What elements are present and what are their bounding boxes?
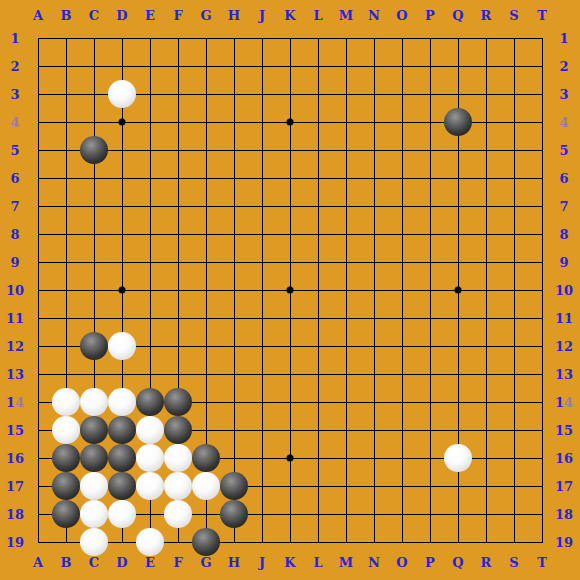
white-stone-B15[interactable] [52, 416, 80, 444]
row-label-left-9: 9 [10, 256, 19, 269]
column-label-top-L: L [313, 9, 322, 22]
column-label-bottom-R: R [481, 556, 492, 569]
row-label-right-13: 13 [555, 368, 573, 381]
white-stone-E17[interactable] [136, 472, 164, 500]
row-label-left-15: 15 [6, 424, 24, 437]
row-label-left-3: 3 [10, 88, 19, 101]
row-label-left-4: 4 [10, 116, 19, 129]
black-stone-C5[interactable] [80, 136, 108, 164]
column-label-top-N: N [368, 9, 380, 22]
column-label-bottom-N: N [368, 556, 380, 569]
column-label-top-P: P [425, 9, 435, 22]
row-label-left-14: 14 [6, 396, 24, 409]
star-point-Q10 [455, 287, 462, 294]
column-label-bottom-S: S [509, 556, 518, 569]
column-label-bottom-J: J [259, 556, 265, 569]
row-label-left-10: 10 [6, 284, 24, 297]
black-stone-C16[interactable] [80, 444, 108, 472]
go-board: AABBCCDDEEFFGGHHJJKKLLMMNNOOPPQQRRSSTT11… [0, 0, 580, 580]
row-label-right-6: 6 [559, 172, 568, 185]
row-label-right-15: 15 [555, 424, 573, 437]
black-stone-Q4[interactable] [444, 108, 472, 136]
white-stone-C14[interactable] [80, 388, 108, 416]
row-label-left-7: 7 [10, 200, 19, 213]
row-label-left-12: 12 [6, 340, 24, 353]
column-label-bottom-F: F [173, 556, 182, 569]
black-stone-D16[interactable] [108, 444, 136, 472]
star-point-K16 [287, 455, 294, 462]
column-label-bottom-P: P [425, 556, 435, 569]
row-label-left-13: 13 [6, 368, 24, 381]
row-label-left-11: 11 [6, 312, 24, 325]
row-label-right-10: 10 [555, 284, 573, 297]
column-label-top-B: B [61, 9, 72, 22]
column-label-top-O: O [396, 9, 407, 22]
row-label-right-7: 7 [559, 200, 568, 213]
row-label-left-16: 16 [6, 452, 24, 465]
column-label-bottom-G: G [200, 556, 211, 569]
white-stone-Q16[interactable] [444, 444, 472, 472]
column-label-bottom-C: C [89, 556, 99, 569]
row-label-right-16: 16 [555, 452, 573, 465]
column-label-bottom-Q: Q [452, 556, 463, 569]
star-point-K10 [287, 287, 294, 294]
column-label-bottom-H: H [228, 556, 240, 569]
row-label-right-17: 17 [555, 480, 573, 493]
column-label-bottom-O: O [396, 556, 407, 569]
white-stone-E15[interactable] [136, 416, 164, 444]
white-stone-F18[interactable] [164, 500, 192, 528]
row-label-right-18: 18 [555, 508, 573, 521]
column-label-top-M: M [339, 9, 353, 22]
row-label-left-6: 6 [10, 172, 19, 185]
row-label-left-1: 1 [10, 32, 19, 45]
black-stone-B18[interactable] [52, 500, 80, 528]
row-label-right-8: 8 [559, 228, 568, 241]
column-label-top-T: T [537, 9, 547, 22]
row-label-left-17: 17 [6, 480, 24, 493]
white-stone-E16[interactable] [136, 444, 164, 472]
column-label-top-E: E [145, 9, 155, 22]
black-stone-C15[interactable] [80, 416, 108, 444]
black-stone-B16[interactable] [52, 444, 80, 472]
white-stone-F16[interactable] [164, 444, 192, 472]
black-stone-G16[interactable] [192, 444, 220, 472]
column-label-top-K: K [284, 9, 295, 22]
black-stone-D15[interactable] [108, 416, 136, 444]
black-stone-H18[interactable] [220, 500, 248, 528]
white-stone-C19[interactable] [80, 528, 108, 556]
black-stone-F15[interactable] [164, 416, 192, 444]
white-stone-C18[interactable] [80, 500, 108, 528]
row-label-left-18: 18 [6, 508, 24, 521]
column-label-bottom-M: M [339, 556, 353, 569]
white-stone-D3[interactable] [108, 80, 136, 108]
black-stone-H17[interactable] [220, 472, 248, 500]
white-stone-G17[interactable] [192, 472, 220, 500]
column-label-bottom-B: B [61, 556, 72, 569]
row-label-right-3: 3 [559, 88, 568, 101]
row-label-left-5: 5 [10, 144, 19, 157]
row-label-right-5: 5 [559, 144, 568, 157]
column-label-top-G: G [200, 9, 211, 22]
star-point-K4 [287, 119, 294, 126]
row-label-right-19: 19 [555, 536, 573, 549]
column-label-bottom-T: T [537, 556, 547, 569]
row-label-right-14: 14 [555, 396, 573, 409]
column-label-bottom-A: A [33, 556, 43, 569]
white-stone-D14[interactable] [108, 388, 136, 416]
row-label-right-11: 11 [555, 312, 573, 325]
star-point-D4 [119, 119, 126, 126]
row-label-right-4: 4 [559, 116, 568, 129]
column-label-top-H: H [228, 9, 240, 22]
star-point-D10 [119, 287, 126, 294]
white-stone-C17[interactable] [80, 472, 108, 500]
black-stone-F14[interactable] [164, 388, 192, 416]
black-stone-C12[interactable] [80, 332, 108, 360]
column-label-bottom-D: D [116, 556, 127, 569]
row-label-left-2: 2 [10, 60, 19, 73]
column-label-top-Q: Q [452, 9, 463, 22]
black-stone-D17[interactable] [108, 472, 136, 500]
white-stone-B14[interactable] [52, 388, 80, 416]
row-label-left-19: 19 [6, 536, 24, 549]
white-stone-E19[interactable] [136, 528, 164, 556]
row-label-right-1: 1 [559, 32, 568, 45]
black-stone-B17[interactable] [52, 472, 80, 500]
black-stone-E14[interactable] [136, 388, 164, 416]
column-label-top-J: J [259, 9, 265, 22]
column-label-top-C: C [89, 9, 99, 22]
white-stone-D12[interactable] [108, 332, 136, 360]
column-label-top-R: R [481, 9, 492, 22]
row-label-right-2: 2 [559, 60, 568, 73]
row-label-right-12: 12 [555, 340, 573, 353]
column-label-bottom-L: L [313, 556, 322, 569]
white-stone-F17[interactable] [164, 472, 192, 500]
row-label-right-9: 9 [559, 256, 568, 269]
column-label-top-F: F [173, 9, 182, 22]
column-label-top-A: A [33, 9, 43, 22]
column-label-top-S: S [509, 9, 518, 22]
row-label-left-8: 8 [10, 228, 19, 241]
column-label-bottom-E: E [145, 556, 155, 569]
column-label-top-D: D [116, 9, 127, 22]
column-label-bottom-K: K [284, 556, 295, 569]
black-stone-G19[interactable] [192, 528, 220, 556]
white-stone-D18[interactable] [108, 500, 136, 528]
